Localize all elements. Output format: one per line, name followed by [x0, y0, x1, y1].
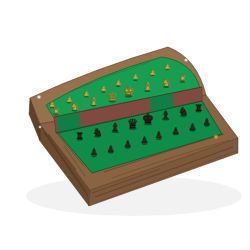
chess-piece-white-N: ♞ [162, 77, 171, 88]
chess-piece-black-N: ♞ [179, 105, 189, 118]
product-photo: ♟♟♟♟♟♟♟♟♜♞♝♛♚♝♞♜♜♞♝♛♚♝♞♜♟♟♟♟♟♟♟♟ [0, 0, 250, 250]
chess-piece-white-N: ♞ [70, 101, 79, 112]
chess-piece-white-P: ♟ [100, 84, 107, 93]
chess-piece-black-P: ♟ [155, 130, 163, 140]
chess-piece-black-Q: ♛ [127, 116, 138, 131]
chess-piece-black-P: ♟ [188, 122, 196, 132]
chess-piece-black-P: ♟ [172, 126, 180, 136]
chess-piece-black-R: ♜ [194, 102, 202, 113]
chess-piece-black-P: ♟ [90, 147, 98, 157]
chess-piece-black-B: ♝ [161, 108, 171, 122]
chess-piece-white-P: ♟ [164, 62, 171, 71]
chess-piece-black-N: ♞ [93, 126, 103, 139]
chess-piece-white-P: ♟ [115, 78, 122, 87]
chess-piece-black-P: ♟ [124, 139, 132, 149]
hinge-pin-right [184, 58, 187, 61]
chess-box-illustration: ♟♟♟♟♟♟♟♟♜♞♝♛♚♝♞♜♜♞♝♛♚♝♞♜♟♟♟♟♟♟♟♟ [0, 0, 250, 250]
hinge-barrel-dot [39, 126, 41, 128]
magnet-dot [214, 135, 218, 139]
hinge-pin-left [37, 95, 41, 99]
chess-piece-white-B: ♝ [89, 95, 98, 107]
chess-piece-black-K: ♚ [142, 111, 154, 126]
chess-piece-white-B: ♝ [143, 80, 152, 92]
chess-piece-black-P: ♟ [203, 117, 211, 127]
chess-piece-white-R: ♜ [52, 106, 60, 116]
chess-piece-black-P: ♟ [107, 144, 115, 154]
chess-piece-black-B: ♝ [110, 120, 120, 134]
chess-piece-white-R: ♜ [179, 73, 187, 83]
chess-piece-white-P: ♟ [149, 68, 156, 77]
chess-piece-white-K: ♚ [123, 84, 134, 98]
chess-piece-white-P: ♟ [132, 72, 139, 81]
chess-piece-white-Q: ♛ [107, 90, 117, 104]
chess-piece-black-P: ♟ [140, 135, 148, 145]
chess-piece-black-R: ♜ [76, 130, 84, 141]
